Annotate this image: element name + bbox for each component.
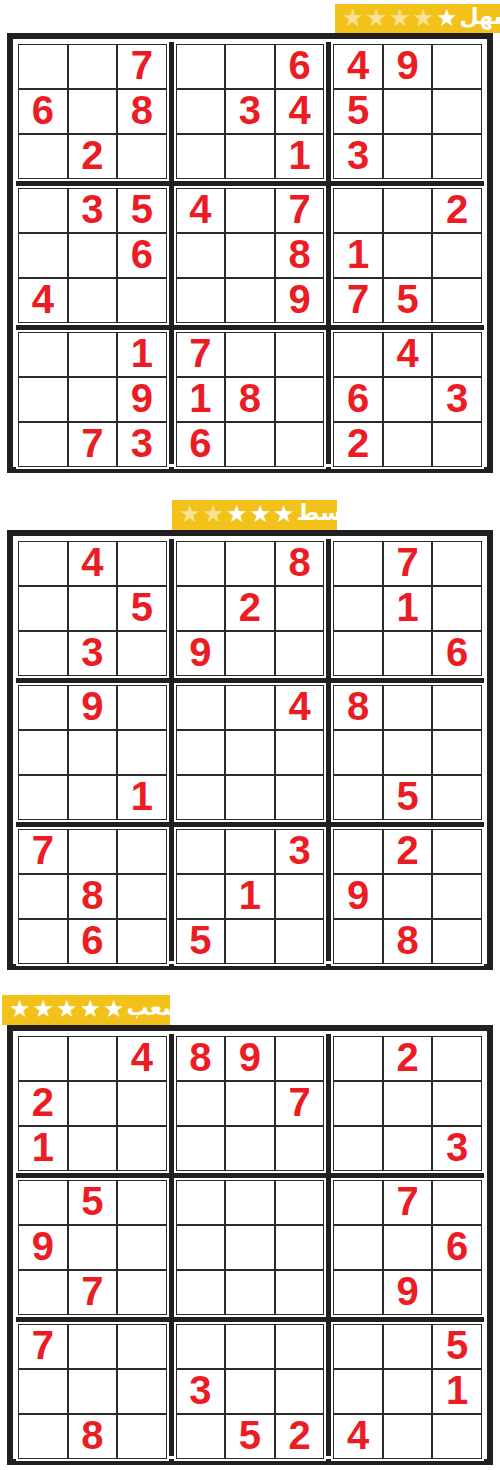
sudoku-block-r2c2: 4 <box>174 683 327 822</box>
sudoku-cell-hard-r7c2 <box>68 1324 118 1369</box>
sudoku-cell-medium-r8c5: 1 <box>225 874 275 919</box>
sudoku-cell-medium-r7c1: 7 <box>18 829 68 874</box>
sudoku-cell-hard-r7c9: 5 <box>432 1324 482 1369</box>
sudoku-block-r3c3: 514 <box>331 1322 484 1461</box>
sudoku-cell-medium-r9c5 <box>225 919 275 964</box>
sudoku-cell-medium-r7c7 <box>333 829 383 874</box>
sudoku-block-r1c3: 23 <box>331 1034 484 1173</box>
sudoku-cell-easy-r8c4: 1 <box>176 377 226 422</box>
sudoku-cell-hard-r6c2: 7 <box>68 1270 118 1315</box>
sudoku-cell-medium-r3c2: 3 <box>68 631 118 676</box>
sudoku-cell-hard-r2c4 <box>176 1081 226 1126</box>
sudoku-cell-medium-r6c4 <box>176 775 226 820</box>
sudoku-block-r3c1: 1973 <box>16 330 169 469</box>
sudoku-cell-hard-r9c6: 2 <box>275 1414 325 1459</box>
sudoku-cell-medium-r9c1 <box>18 919 68 964</box>
sudoku-cell-easy-r7c9 <box>432 332 482 377</box>
sudoku-cell-hard-r8c8 <box>383 1369 433 1414</box>
sudoku-cell-medium-r5c8 <box>383 730 433 775</box>
sudoku-cell-easy-r1c1 <box>18 44 68 89</box>
sudoku-cell-easy-r9c9 <box>432 422 482 467</box>
difficulty-label-medium: وسط <box>297 502 356 524</box>
sudoku-cell-medium-r2c6 <box>275 586 325 631</box>
sudoku-cell-medium-r1c6: 8 <box>275 541 325 586</box>
sudoku-cell-medium-r1c3 <box>117 541 167 586</box>
sudoku-cell-easy-r2c5: 3 <box>225 89 275 134</box>
sudoku-cell-medium-r1c4 <box>176 541 226 586</box>
sudoku-cell-easy-r1c8: 9 <box>383 44 433 89</box>
sudoku-cell-easy-r6c2 <box>68 278 118 323</box>
sudoku-block-r1c1: 453 <box>16 539 169 678</box>
sudoku-block-r2c3: 85 <box>331 683 484 822</box>
difficulty-label-hard: صعب <box>127 997 184 1019</box>
sudoku-cell-easy-r8c5: 8 <box>225 377 275 422</box>
sudoku-cell-hard-r8c4: 3 <box>176 1369 226 1414</box>
sudoku-grid-hard: 4218972359776978352514 <box>16 1034 484 1456</box>
puzzle-page: { "game": "sudoku", "page": { "backgroun… <box>0 0 500 1470</box>
sudoku-grid-easy: 768263414953356447892175197371864632 <box>16 42 484 464</box>
sudoku-cell-hard-r6c9 <box>432 1270 482 1315</box>
sudoku-cell-medium-r7c8: 2 <box>383 829 433 874</box>
sudoku-cell-hard-r8c3 <box>117 1369 167 1414</box>
sudoku-cell-easy-r2c6: 4 <box>275 89 325 134</box>
sudoku-cell-easy-r2c3: 8 <box>117 89 167 134</box>
sudoku-cell-easy-r9c8 <box>383 422 433 467</box>
sudoku-cell-medium-r5c7 <box>333 730 383 775</box>
sudoku-cell-easy-r1c3: 7 <box>117 44 167 89</box>
sudoku-cell-medium-r8c7: 9 <box>333 874 383 919</box>
sudoku-cell-medium-r6c7 <box>333 775 383 820</box>
sudoku-cell-hard-r5c7 <box>333 1225 383 1270</box>
sudoku-cell-hard-r3c3 <box>117 1126 167 1171</box>
sudoku-cell-medium-r4c5 <box>225 685 275 730</box>
sudoku-cell-easy-r7c8: 4 <box>383 332 433 377</box>
sudoku-cell-medium-r9c6 <box>275 919 325 964</box>
sudoku-cell-easy-r5c6: 8 <box>275 233 325 278</box>
sudoku-cell-easy-r3c4 <box>176 134 226 179</box>
sudoku-cell-medium-r8c2: 8 <box>68 874 118 919</box>
sudoku-cell-hard-r2c6: 7 <box>275 1081 325 1126</box>
sudoku-cell-hard-r9c3 <box>117 1414 167 1459</box>
sudoku-cell-medium-r1c8: 7 <box>383 541 433 586</box>
sudoku-cell-medium-r6c1 <box>18 775 68 820</box>
sudoku-cell-easy-r2c8 <box>383 89 433 134</box>
sudoku-cell-easy-r5c8 <box>383 233 433 278</box>
sudoku-cell-hard-r3c6 <box>275 1126 325 1171</box>
sudoku-cell-hard-r3c1: 1 <box>18 1126 68 1171</box>
sudoku-cell-easy-r3c1 <box>18 134 68 179</box>
sudoku-cell-easy-r3c9 <box>432 134 482 179</box>
sudoku-cell-hard-r4c1 <box>18 1180 68 1225</box>
sudoku-cell-hard-r7c4 <box>176 1324 226 1369</box>
sudoku-cell-easy-r7c1 <box>18 332 68 377</box>
sudoku-cell-hard-r9c5: 5 <box>225 1414 275 1459</box>
sudoku-cell-easy-r9c1 <box>18 422 68 467</box>
sudoku-cell-easy-r6c5 <box>225 278 275 323</box>
sudoku-cell-medium-r3c5 <box>225 631 275 676</box>
sudoku-cell-hard-r4c9 <box>432 1180 482 1225</box>
sudoku-cell-easy-r4c1 <box>18 188 68 233</box>
sudoku-board-easy: 768263414953356447892175197371864632 <box>7 33 493 473</box>
sudoku-cell-hard-r7c8 <box>383 1324 433 1369</box>
sudoku-cell-easy-r8c9: 3 <box>432 377 482 422</box>
sudoku-cell-medium-r3c8 <box>383 631 433 676</box>
sudoku-cell-hard-r6c3 <box>117 1270 167 1315</box>
sudoku-cell-hard-r4c5 <box>225 1180 275 1225</box>
sudoku-cell-medium-r1c5 <box>225 541 275 586</box>
sudoku-cell-medium-r1c9 <box>432 541 482 586</box>
sudoku-cell-hard-r3c7 <box>333 1126 383 1171</box>
sudoku-cell-easy-r4c9: 2 <box>432 188 482 233</box>
star-rating-filled-icons: ★★★★★ <box>9 997 127 1021</box>
sudoku-cell-medium-r8c1 <box>18 874 68 919</box>
sudoku-cell-hard-r2c7 <box>333 1081 383 1126</box>
sudoku-cell-easy-r4c2: 3 <box>68 188 118 233</box>
sudoku-cell-hard-r3c9: 3 <box>432 1126 482 1171</box>
sudoku-cell-easy-r2c2 <box>68 89 118 134</box>
sudoku-cell-easy-r5c1 <box>18 233 68 278</box>
sudoku-cell-hard-r7c6 <box>275 1324 325 1369</box>
sudoku-cell-hard-r8c9: 1 <box>432 1369 482 1414</box>
sudoku-cell-hard-r6c4 <box>176 1270 226 1315</box>
difficulty-banner-medium: ★★ ★★★ وسط <box>172 500 337 530</box>
sudoku-cell-hard-r9c4 <box>176 1414 226 1459</box>
sudoku-cell-hard-r3c2 <box>68 1126 118 1171</box>
sudoku-cell-easy-r7c4: 7 <box>176 332 226 377</box>
sudoku-cell-easy-r4c3: 5 <box>117 188 167 233</box>
sudoku-cell-hard-r7c5 <box>225 1324 275 1369</box>
sudoku-cell-hard-r7c1: 7 <box>18 1324 68 1369</box>
sudoku-cell-hard-r8c2 <box>68 1369 118 1414</box>
sudoku-cell-medium-r1c2: 4 <box>68 541 118 586</box>
sudoku-block-r3c2: 7186 <box>174 330 327 469</box>
sudoku-cell-medium-r4c7: 8 <box>333 685 383 730</box>
sudoku-cell-medium-r3c1 <box>18 631 68 676</box>
sudoku-cell-hard-r6c8: 9 <box>383 1270 433 1315</box>
sudoku-cell-hard-r1c3: 4 <box>117 1036 167 1081</box>
sudoku-cell-hard-r1c9 <box>432 1036 482 1081</box>
sudoku-cell-medium-r4c4 <box>176 685 226 730</box>
sudoku-cell-hard-r8c1 <box>18 1369 68 1414</box>
sudoku-cell-easy-r2c1: 6 <box>18 89 68 134</box>
sudoku-cell-medium-r3c7 <box>333 631 383 676</box>
sudoku-cell-hard-r9c1 <box>18 1414 68 1459</box>
sudoku-cell-easy-r4c4: 4 <box>176 188 226 233</box>
sudoku-cell-easy-r6c4 <box>176 278 226 323</box>
sudoku-cell-hard-r5c4 <box>176 1225 226 1270</box>
sudoku-cell-easy-r3c8 <box>383 134 433 179</box>
sudoku-cell-easy-r1c2 <box>68 44 118 89</box>
sudoku-cell-easy-r6c3 <box>117 278 167 323</box>
sudoku-cell-easy-r4c8 <box>383 188 433 233</box>
sudoku-cell-easy-r7c7 <box>333 332 383 377</box>
sudoku-block-r2c1: 3564 <box>16 186 169 325</box>
sudoku-cell-medium-r7c9 <box>432 829 482 874</box>
sudoku-cell-medium-r3c4: 9 <box>176 631 226 676</box>
sudoku-cell-hard-r4c8: 7 <box>383 1180 433 1225</box>
sudoku-cell-hard-r7c7 <box>333 1324 383 1369</box>
sudoku-cell-hard-r9c7: 4 <box>333 1414 383 1459</box>
sudoku-cell-easy-r5c4 <box>176 233 226 278</box>
sudoku-cell-medium-r9c9 <box>432 919 482 964</box>
sudoku-cell-easy-r7c5 <box>225 332 275 377</box>
sudoku-block-r1c3: 4953 <box>331 42 484 181</box>
sudoku-cell-hard-r9c8 <box>383 1414 433 1459</box>
sudoku-cell-medium-r5c4 <box>176 730 226 775</box>
sudoku-cell-medium-r9c7 <box>333 919 383 964</box>
sudoku-cell-easy-r1c7: 4 <box>333 44 383 89</box>
sudoku-cell-medium-r3c6 <box>275 631 325 676</box>
sudoku-cell-hard-r6c6 <box>275 1270 325 1315</box>
sudoku-cell-medium-r2c4 <box>176 586 226 631</box>
sudoku-block-r3c1: 786 <box>16 827 169 966</box>
sudoku-cell-hard-r8c7 <box>333 1369 383 1414</box>
star-rating-filled-icons: ★ <box>436 6 460 30</box>
sudoku-cell-medium-r2c8: 1 <box>383 586 433 631</box>
sudoku-cell-hard-r9c2: 8 <box>68 1414 118 1459</box>
sudoku-cell-hard-r1c5: 9 <box>225 1036 275 1081</box>
sudoku-cell-easy-r8c7: 6 <box>333 377 383 422</box>
sudoku-cell-easy-r9c6 <box>275 422 325 467</box>
sudoku-cell-easy-r2c9 <box>432 89 482 134</box>
sudoku-block-r1c1: 421 <box>16 1034 169 1173</box>
sudoku-cell-easy-r8c1 <box>18 377 68 422</box>
sudoku-cell-easy-r4c6: 7 <box>275 188 325 233</box>
sudoku-cell-medium-r6c3: 1 <box>117 775 167 820</box>
sudoku-cell-medium-r1c7 <box>333 541 383 586</box>
sudoku-block-r2c2 <box>174 1178 327 1317</box>
sudoku-block-r2c3: 769 <box>331 1178 484 1317</box>
sudoku-cell-hard-r1c2 <box>68 1036 118 1081</box>
sudoku-cell-easy-r1c4 <box>176 44 226 89</box>
sudoku-cell-easy-r6c1: 4 <box>18 278 68 323</box>
sudoku-cell-medium-r5c3 <box>117 730 167 775</box>
sudoku-cell-easy-r5c2 <box>68 233 118 278</box>
sudoku-cell-easy-r3c2: 2 <box>68 134 118 179</box>
sudoku-block-r2c1: 597 <box>16 1178 169 1317</box>
sudoku-cell-medium-r6c9 <box>432 775 482 820</box>
sudoku-cell-easy-r3c6: 1 <box>275 134 325 179</box>
sudoku-cell-medium-r5c5 <box>225 730 275 775</box>
sudoku-block-r3c1: 78 <box>16 1322 169 1461</box>
sudoku-cell-hard-r2c5 <box>225 1081 275 1126</box>
sudoku-cell-hard-r2c8 <box>383 1081 433 1126</box>
sudoku-cell-medium-r7c6: 3 <box>275 829 325 874</box>
sudoku-cell-hard-r5c6 <box>275 1225 325 1270</box>
sudoku-block-r2c3: 2175 <box>331 186 484 325</box>
sudoku-cell-easy-r1c9 <box>432 44 482 89</box>
sudoku-cell-medium-r9c3 <box>117 919 167 964</box>
sudoku-cell-medium-r9c2: 6 <box>68 919 118 964</box>
difficulty-banner-hard: ★★★★★ صعب <box>2 995 170 1025</box>
sudoku-cell-easy-r2c4 <box>176 89 226 134</box>
sudoku-cell-easy-r5c3: 6 <box>117 233 167 278</box>
sudoku-board-hard: 4218972359776978352514 <box>7 1025 493 1465</box>
sudoku-block-r1c3: 716 <box>331 539 484 678</box>
sudoku-cell-hard-r2c9 <box>432 1081 482 1126</box>
sudoku-cell-medium-r5c9 <box>432 730 482 775</box>
sudoku-cell-hard-r4c4 <box>176 1180 226 1225</box>
sudoku-cell-easy-r5c7: 1 <box>333 233 383 278</box>
sudoku-cell-easy-r6c6: 9 <box>275 278 325 323</box>
sudoku-cell-medium-r7c2 <box>68 829 118 874</box>
sudoku-cell-easy-r5c5 <box>225 233 275 278</box>
sudoku-cell-hard-r5c2 <box>68 1225 118 1270</box>
sudoku-cell-hard-r5c9: 6 <box>432 1225 482 1270</box>
sudoku-cell-hard-r3c8 <box>383 1126 433 1171</box>
sudoku-cell-hard-r1c8: 2 <box>383 1036 433 1081</box>
sudoku-cell-hard-r2c1: 2 <box>18 1081 68 1126</box>
sudoku-cell-hard-r4c7 <box>333 1180 383 1225</box>
sudoku-cell-medium-r5c1 <box>18 730 68 775</box>
sudoku-block-r3c2: 315 <box>174 827 327 966</box>
sudoku-cell-easy-r9c7: 2 <box>333 422 383 467</box>
sudoku-block-r3c3: 4632 <box>331 330 484 469</box>
sudoku-cell-medium-r5c2 <box>68 730 118 775</box>
sudoku-cell-easy-r9c2: 7 <box>68 422 118 467</box>
sudoku-cell-hard-r7c3 <box>117 1324 167 1369</box>
sudoku-cell-easy-r9c4: 6 <box>176 422 226 467</box>
sudoku-block-r1c1: 7682 <box>16 42 169 181</box>
sudoku-cell-medium-r8c6 <box>275 874 325 919</box>
sudoku-block-r3c3: 298 <box>331 827 484 966</box>
star-rating-empty-icons: ★★★★ <box>342 6 436 30</box>
sudoku-cell-medium-r2c3: 5 <box>117 586 167 631</box>
sudoku-block-r2c1: 91 <box>16 683 169 822</box>
sudoku-cell-medium-r2c5: 2 <box>225 586 275 631</box>
sudoku-cell-easy-r3c3 <box>117 134 167 179</box>
sudoku-cell-easy-r8c2 <box>68 377 118 422</box>
sudoku-cell-medium-r2c2 <box>68 586 118 631</box>
sudoku-cell-medium-r6c2 <box>68 775 118 820</box>
sudoku-cell-hard-r6c7 <box>333 1270 383 1315</box>
sudoku-cell-hard-r8c5 <box>225 1369 275 1414</box>
sudoku-cell-hard-r3c4 <box>176 1126 226 1171</box>
sudoku-cell-hard-r4c3 <box>117 1180 167 1225</box>
sudoku-cell-medium-r2c9 <box>432 586 482 631</box>
sudoku-cell-medium-r4c8 <box>383 685 433 730</box>
sudoku-cell-hard-r1c1 <box>18 1036 68 1081</box>
sudoku-cell-hard-r1c7 <box>333 1036 383 1081</box>
sudoku-cell-medium-r8c9 <box>432 874 482 919</box>
sudoku-cell-easy-r2c7: 5 <box>333 89 383 134</box>
sudoku-cell-hard-r9c9 <box>432 1414 482 1459</box>
sudoku-block-r1c2: 897 <box>174 1034 327 1173</box>
sudoku-cell-medium-r4c6: 4 <box>275 685 325 730</box>
sudoku-cell-easy-r8c3: 9 <box>117 377 167 422</box>
sudoku-cell-hard-r5c8 <box>383 1225 433 1270</box>
sudoku-cell-easy-r4c5 <box>225 188 275 233</box>
sudoku-cell-hard-r8c6 <box>275 1369 325 1414</box>
sudoku-cell-hard-r2c2 <box>68 1081 118 1126</box>
sudoku-block-r3c2: 352 <box>174 1322 327 1461</box>
sudoku-cell-easy-r3c5 <box>225 134 275 179</box>
sudoku-cell-medium-r5c6 <box>275 730 325 775</box>
sudoku-block-r1c2: 829 <box>174 539 327 678</box>
sudoku-cell-medium-r8c3 <box>117 874 167 919</box>
star-rating-empty-icons: ★★ <box>179 502 226 526</box>
sudoku-grid-medium: 45382971691485786315298 <box>16 539 484 961</box>
sudoku-cell-easy-r5c9 <box>432 233 482 278</box>
sudoku-cell-medium-r3c3 <box>117 631 167 676</box>
sudoku-cell-hard-r6c5 <box>225 1270 275 1315</box>
sudoku-cell-hard-r4c6 <box>275 1180 325 1225</box>
sudoku-cell-medium-r2c1 <box>18 586 68 631</box>
sudoku-cell-medium-r7c4 <box>176 829 226 874</box>
sudoku-cell-medium-r9c8: 8 <box>383 919 433 964</box>
sudoku-block-r2c2: 4789 <box>174 186 327 325</box>
sudoku-cell-medium-r9c4: 5 <box>176 919 226 964</box>
sudoku-cell-medium-r6c5 <box>225 775 275 820</box>
sudoku-cell-easy-r7c3: 1 <box>117 332 167 377</box>
sudoku-cell-easy-r8c8 <box>383 377 433 422</box>
difficulty-label-easy: سهل <box>460 6 500 28</box>
sudoku-cell-hard-r1c6 <box>275 1036 325 1081</box>
difficulty-banner-easy: ★★★★ ★ سهل <box>335 4 500 33</box>
sudoku-cell-easy-r7c6 <box>275 332 325 377</box>
sudoku-cell-easy-r6c8: 5 <box>383 278 433 323</box>
sudoku-cell-medium-r6c6 <box>275 775 325 820</box>
sudoku-cell-medium-r4c9 <box>432 685 482 730</box>
sudoku-cell-easy-r9c5 <box>225 422 275 467</box>
sudoku-cell-medium-r7c3 <box>117 829 167 874</box>
sudoku-cell-hard-r1c4: 8 <box>176 1036 226 1081</box>
star-rating-filled-icons: ★★★ <box>226 502 297 526</box>
sudoku-cell-medium-r4c3 <box>117 685 167 730</box>
sudoku-cell-easy-r6c9 <box>432 278 482 323</box>
sudoku-cell-hard-r5c1: 9 <box>18 1225 68 1270</box>
sudoku-cell-easy-r9c3: 3 <box>117 422 167 467</box>
sudoku-cell-hard-r3c5 <box>225 1126 275 1171</box>
sudoku-cell-hard-r5c3 <box>117 1225 167 1270</box>
sudoku-cell-easy-r7c2 <box>68 332 118 377</box>
sudoku-board-medium: 45382971691485786315298 <box>7 530 493 970</box>
sudoku-cell-medium-r6c8: 5 <box>383 775 433 820</box>
sudoku-cell-medium-r1c1 <box>18 541 68 586</box>
sudoku-cell-hard-r2c3 <box>117 1081 167 1126</box>
sudoku-cell-medium-r2c7 <box>333 586 383 631</box>
sudoku-cell-easy-r6c7: 7 <box>333 278 383 323</box>
sudoku-cell-hard-r4c2: 5 <box>68 1180 118 1225</box>
sudoku-cell-easy-r8c6 <box>275 377 325 422</box>
sudoku-cell-medium-r8c8 <box>383 874 433 919</box>
sudoku-cell-medium-r8c4 <box>176 874 226 919</box>
sudoku-block-r1c2: 6341 <box>174 42 327 181</box>
sudoku-cell-easy-r1c6: 6 <box>275 44 325 89</box>
sudoku-cell-medium-r7c5 <box>225 829 275 874</box>
sudoku-cell-medium-r3c9: 6 <box>432 631 482 676</box>
sudoku-cell-easy-r4c7 <box>333 188 383 233</box>
sudoku-cell-hard-r5c5 <box>225 1225 275 1270</box>
sudoku-cell-medium-r4c1 <box>18 685 68 730</box>
sudoku-cell-hard-r6c1 <box>18 1270 68 1315</box>
sudoku-cell-medium-r4c2: 9 <box>68 685 118 730</box>
sudoku-cell-easy-r3c7: 3 <box>333 134 383 179</box>
sudoku-cell-easy-r1c5 <box>225 44 275 89</box>
